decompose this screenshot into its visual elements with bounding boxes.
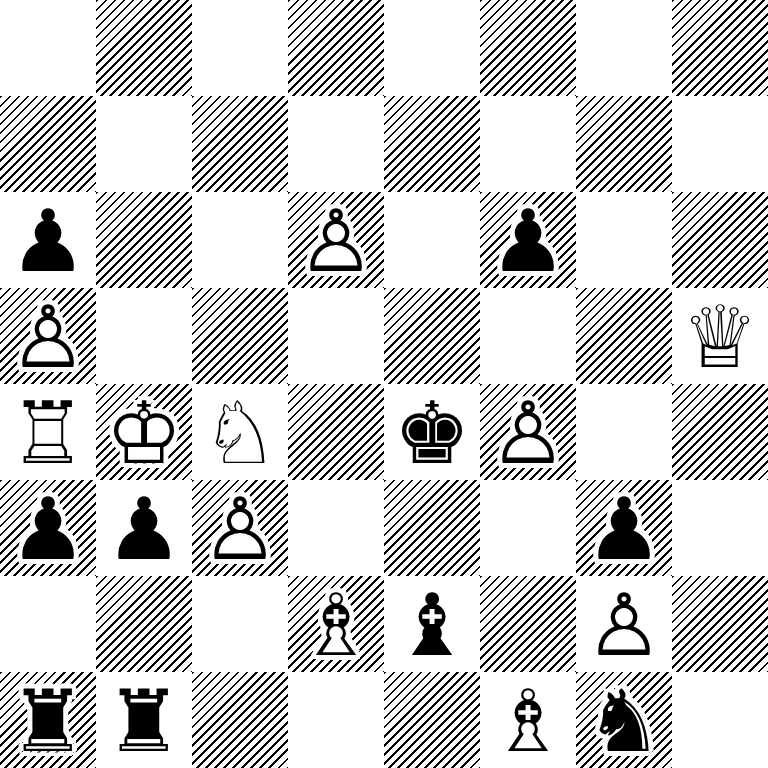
square-b7[interactable] — [96, 96, 192, 192]
square-f6[interactable]: ♟♟ — [480, 192, 576, 288]
piece-glyph: ♗ — [480, 672, 576, 768]
square-f4[interactable]: ♟♙ — [480, 384, 576, 480]
square-a1[interactable]: ♜♜ — [0, 672, 96, 768]
square-g3[interactable]: ♟♟ — [576, 480, 672, 576]
square-b4[interactable]: ♚♔ — [96, 384, 192, 480]
piece-black-bishop[interactable]: ♝♝ — [384, 576, 480, 672]
square-c6[interactable] — [192, 192, 288, 288]
piece-black-rook[interactable]: ♜♜ — [0, 672, 96, 768]
square-f5[interactable] — [480, 288, 576, 384]
square-g6[interactable] — [576, 192, 672, 288]
piece-black-king[interactable]: ♚♚ — [384, 384, 480, 480]
square-h8[interactable] — [672, 0, 768, 96]
piece-glyph: ♙ — [192, 480, 288, 576]
square-d5[interactable] — [288, 288, 384, 384]
square-f7[interactable] — [480, 96, 576, 192]
square-e4[interactable]: ♚♚ — [384, 384, 480, 480]
square-a8[interactable] — [0, 0, 96, 96]
square-d3[interactable] — [288, 480, 384, 576]
square-g1[interactable]: ♞♞ — [576, 672, 672, 768]
piece-white-king[interactable]: ♚♔ — [96, 384, 192, 480]
square-g4[interactable] — [576, 384, 672, 480]
square-b6[interactable] — [96, 192, 192, 288]
piece-glyph: ♙ — [576, 576, 672, 672]
square-d4[interactable] — [288, 384, 384, 480]
piece-black-pawn[interactable]: ♟♟ — [96, 480, 192, 576]
square-g2[interactable]: ♟♙ — [576, 576, 672, 672]
square-f3[interactable] — [480, 480, 576, 576]
piece-white-pawn[interactable]: ♟♙ — [576, 576, 672, 672]
piece-white-bishop[interactable]: ♝♗ — [480, 672, 576, 768]
square-b5[interactable] — [96, 288, 192, 384]
piece-glyph: ♟ — [576, 480, 672, 576]
square-g8[interactable] — [576, 0, 672, 96]
square-f2[interactable] — [480, 576, 576, 672]
square-c3[interactable]: ♟♙ — [192, 480, 288, 576]
piece-glyph: ♚ — [384, 384, 480, 480]
piece-white-knight[interactable]: ♞♘ — [192, 384, 288, 480]
square-h3[interactable] — [672, 480, 768, 576]
piece-glyph: ♟ — [96, 480, 192, 576]
piece-glyph: ♟ — [480, 192, 576, 288]
square-h5[interactable]: ♛♕ — [672, 288, 768, 384]
piece-glyph: ♖ — [0, 384, 96, 480]
square-e3[interactable] — [384, 480, 480, 576]
piece-black-pawn[interactable]: ♟♟ — [0, 480, 96, 576]
piece-black-pawn[interactable]: ♟♟ — [0, 192, 96, 288]
square-a6[interactable]: ♟♟ — [0, 192, 96, 288]
chess-board: ♟♟♟♙♟♟♟♙♛♕♜♖♚♔♞♘♚♚♟♙♟♟♟♟♟♙♟♟♝♗♝♝♟♙♜♜♜♜♝♗… — [0, 0, 768, 768]
piece-glyph: ♘ — [192, 384, 288, 480]
piece-glyph: ♜ — [0, 672, 96, 768]
square-d6[interactable]: ♟♙ — [288, 192, 384, 288]
square-c5[interactable] — [192, 288, 288, 384]
square-b2[interactable] — [96, 576, 192, 672]
piece-glyph: ♙ — [480, 384, 576, 480]
square-a7[interactable] — [0, 96, 96, 192]
piece-black-pawn[interactable]: ♟♟ — [480, 192, 576, 288]
square-b8[interactable] — [96, 0, 192, 96]
square-a5[interactable]: ♟♙ — [0, 288, 96, 384]
piece-glyph: ♞ — [576, 672, 672, 768]
square-b3[interactable]: ♟♟ — [96, 480, 192, 576]
piece-glyph: ♟ — [0, 480, 96, 576]
piece-glyph: ♗ — [288, 576, 384, 672]
square-c7[interactable] — [192, 96, 288, 192]
piece-white-queen[interactable]: ♛♕ — [672, 288, 768, 384]
square-f8[interactable] — [480, 0, 576, 96]
square-d7[interactable] — [288, 96, 384, 192]
piece-black-knight[interactable]: ♞♞ — [576, 672, 672, 768]
square-e6[interactable] — [384, 192, 480, 288]
square-a3[interactable]: ♟♟ — [0, 480, 96, 576]
piece-white-rook[interactable]: ♜♖ — [0, 384, 96, 480]
piece-glyph: ♟ — [0, 192, 96, 288]
piece-glyph: ♔ — [96, 384, 192, 480]
square-h6[interactable] — [672, 192, 768, 288]
square-h2[interactable] — [672, 576, 768, 672]
piece-white-pawn[interactable]: ♟♙ — [192, 480, 288, 576]
piece-glyph: ♕ — [672, 288, 768, 384]
piece-white-pawn[interactable]: ♟♙ — [0, 288, 96, 384]
square-e1[interactable] — [384, 672, 480, 768]
piece-glyph: ♝ — [384, 576, 480, 672]
piece-glyph: ♜ — [96, 672, 192, 768]
piece-glyph: ♙ — [288, 192, 384, 288]
piece-white-bishop[interactable]: ♝♗ — [288, 576, 384, 672]
piece-glyph: ♙ — [0, 288, 96, 384]
square-g5[interactable] — [576, 288, 672, 384]
square-a2[interactable] — [0, 576, 96, 672]
square-c2[interactable] — [192, 576, 288, 672]
piece-black-pawn[interactable]: ♟♟ — [576, 480, 672, 576]
square-c1[interactable] — [192, 672, 288, 768]
square-e7[interactable] — [384, 96, 480, 192]
square-e2[interactable]: ♝♝ — [384, 576, 480, 672]
piece-white-pawn[interactable]: ♟♙ — [480, 384, 576, 480]
square-d2[interactable]: ♝♗ — [288, 576, 384, 672]
square-h1[interactable] — [672, 672, 768, 768]
square-g7[interactable] — [576, 96, 672, 192]
piece-black-rook[interactable]: ♜♜ — [96, 672, 192, 768]
square-c4[interactable]: ♞♘ — [192, 384, 288, 480]
piece-white-pawn[interactable]: ♟♙ — [288, 192, 384, 288]
square-e5[interactable] — [384, 288, 480, 384]
square-e8[interactable] — [384, 0, 480, 96]
square-h4[interactable] — [672, 384, 768, 480]
square-c8[interactable] — [192, 0, 288, 96]
square-a4[interactable]: ♜♖ — [0, 384, 96, 480]
square-d1[interactable] — [288, 672, 384, 768]
square-b1[interactable]: ♜♜ — [96, 672, 192, 768]
square-f1[interactable]: ♝♗ — [480, 672, 576, 768]
square-h7[interactable] — [672, 96, 768, 192]
square-d8[interactable] — [288, 0, 384, 96]
